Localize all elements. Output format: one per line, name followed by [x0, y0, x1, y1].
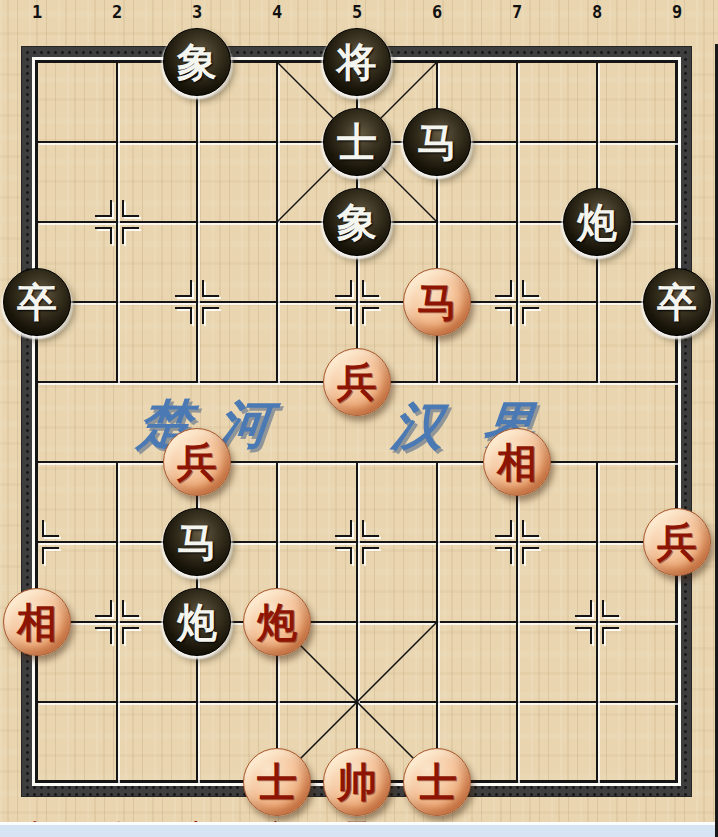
board-cell: 士 [317, 102, 397, 182]
piece-black-soldier[interactable]: 卒 [643, 268, 711, 336]
board-cell: 士 [397, 742, 477, 822]
piece-red-elephant[interactable]: 相 [3, 588, 71, 656]
piece-black-horse[interactable]: 马 [163, 508, 231, 576]
board-cell: 帅 [317, 742, 397, 822]
piece-red-soldier[interactable]: 兵 [643, 508, 711, 576]
piece-red-advisor[interactable]: 士 [403, 748, 471, 816]
piece-black-elephant[interactable]: 象 [323, 188, 391, 256]
board-cell: 兵 [637, 502, 717, 582]
piece-red-horse[interactable]: 马 [403, 268, 471, 336]
board-cell: 象 [317, 182, 397, 262]
xiangqi-board-screenshot: 楚河 汉界 123456789 九八七六五四三二一 象将士马象炮卒卒马兵兵相马兵… [0, 0, 718, 837]
piece-black-general[interactable]: 将 [323, 28, 391, 96]
board-cell: 卒 [637, 262, 717, 342]
board-cell: 炮 [557, 182, 637, 262]
board-cell: 兵 [317, 342, 397, 422]
board-cell: 炮 [237, 582, 317, 662]
piece-black-advisor[interactable]: 士 [323, 108, 391, 176]
board-cell: 相 [0, 582, 77, 662]
piece-black-horse[interactable]: 马 [403, 108, 471, 176]
board-cell: 相 [477, 422, 557, 502]
board-cell: 卒 [0, 262, 77, 342]
board-cell: 士 [237, 742, 317, 822]
piece-black-soldier[interactable]: 卒 [3, 268, 71, 336]
board-cell: 将 [317, 22, 397, 102]
piece-red-soldier[interactable]: 兵 [323, 348, 391, 416]
piece-red-cannon[interactable]: 炮 [243, 588, 311, 656]
piece-black-cannon[interactable]: 炮 [163, 588, 231, 656]
board-grid: 象将士马象炮卒卒马兵兵相马兵相炮炮士帅士 [0, 22, 717, 822]
piece-red-elephant[interactable]: 相 [483, 428, 551, 496]
piece-black-cannon[interactable]: 炮 [563, 188, 631, 256]
piece-black-elephant[interactable]: 象 [163, 28, 231, 96]
window-strip [0, 822, 718, 837]
board-cell: 炮 [157, 582, 237, 662]
piece-red-soldier[interactable]: 兵 [163, 428, 231, 496]
board-cell: 兵 [157, 422, 237, 502]
piece-red-general[interactable]: 帅 [323, 748, 391, 816]
piece-red-advisor[interactable]: 士 [243, 748, 311, 816]
board-cell: 马 [397, 102, 477, 182]
board-cell: 马 [397, 262, 477, 342]
board-cell: 马 [157, 502, 237, 582]
board-cell: 象 [157, 22, 237, 102]
